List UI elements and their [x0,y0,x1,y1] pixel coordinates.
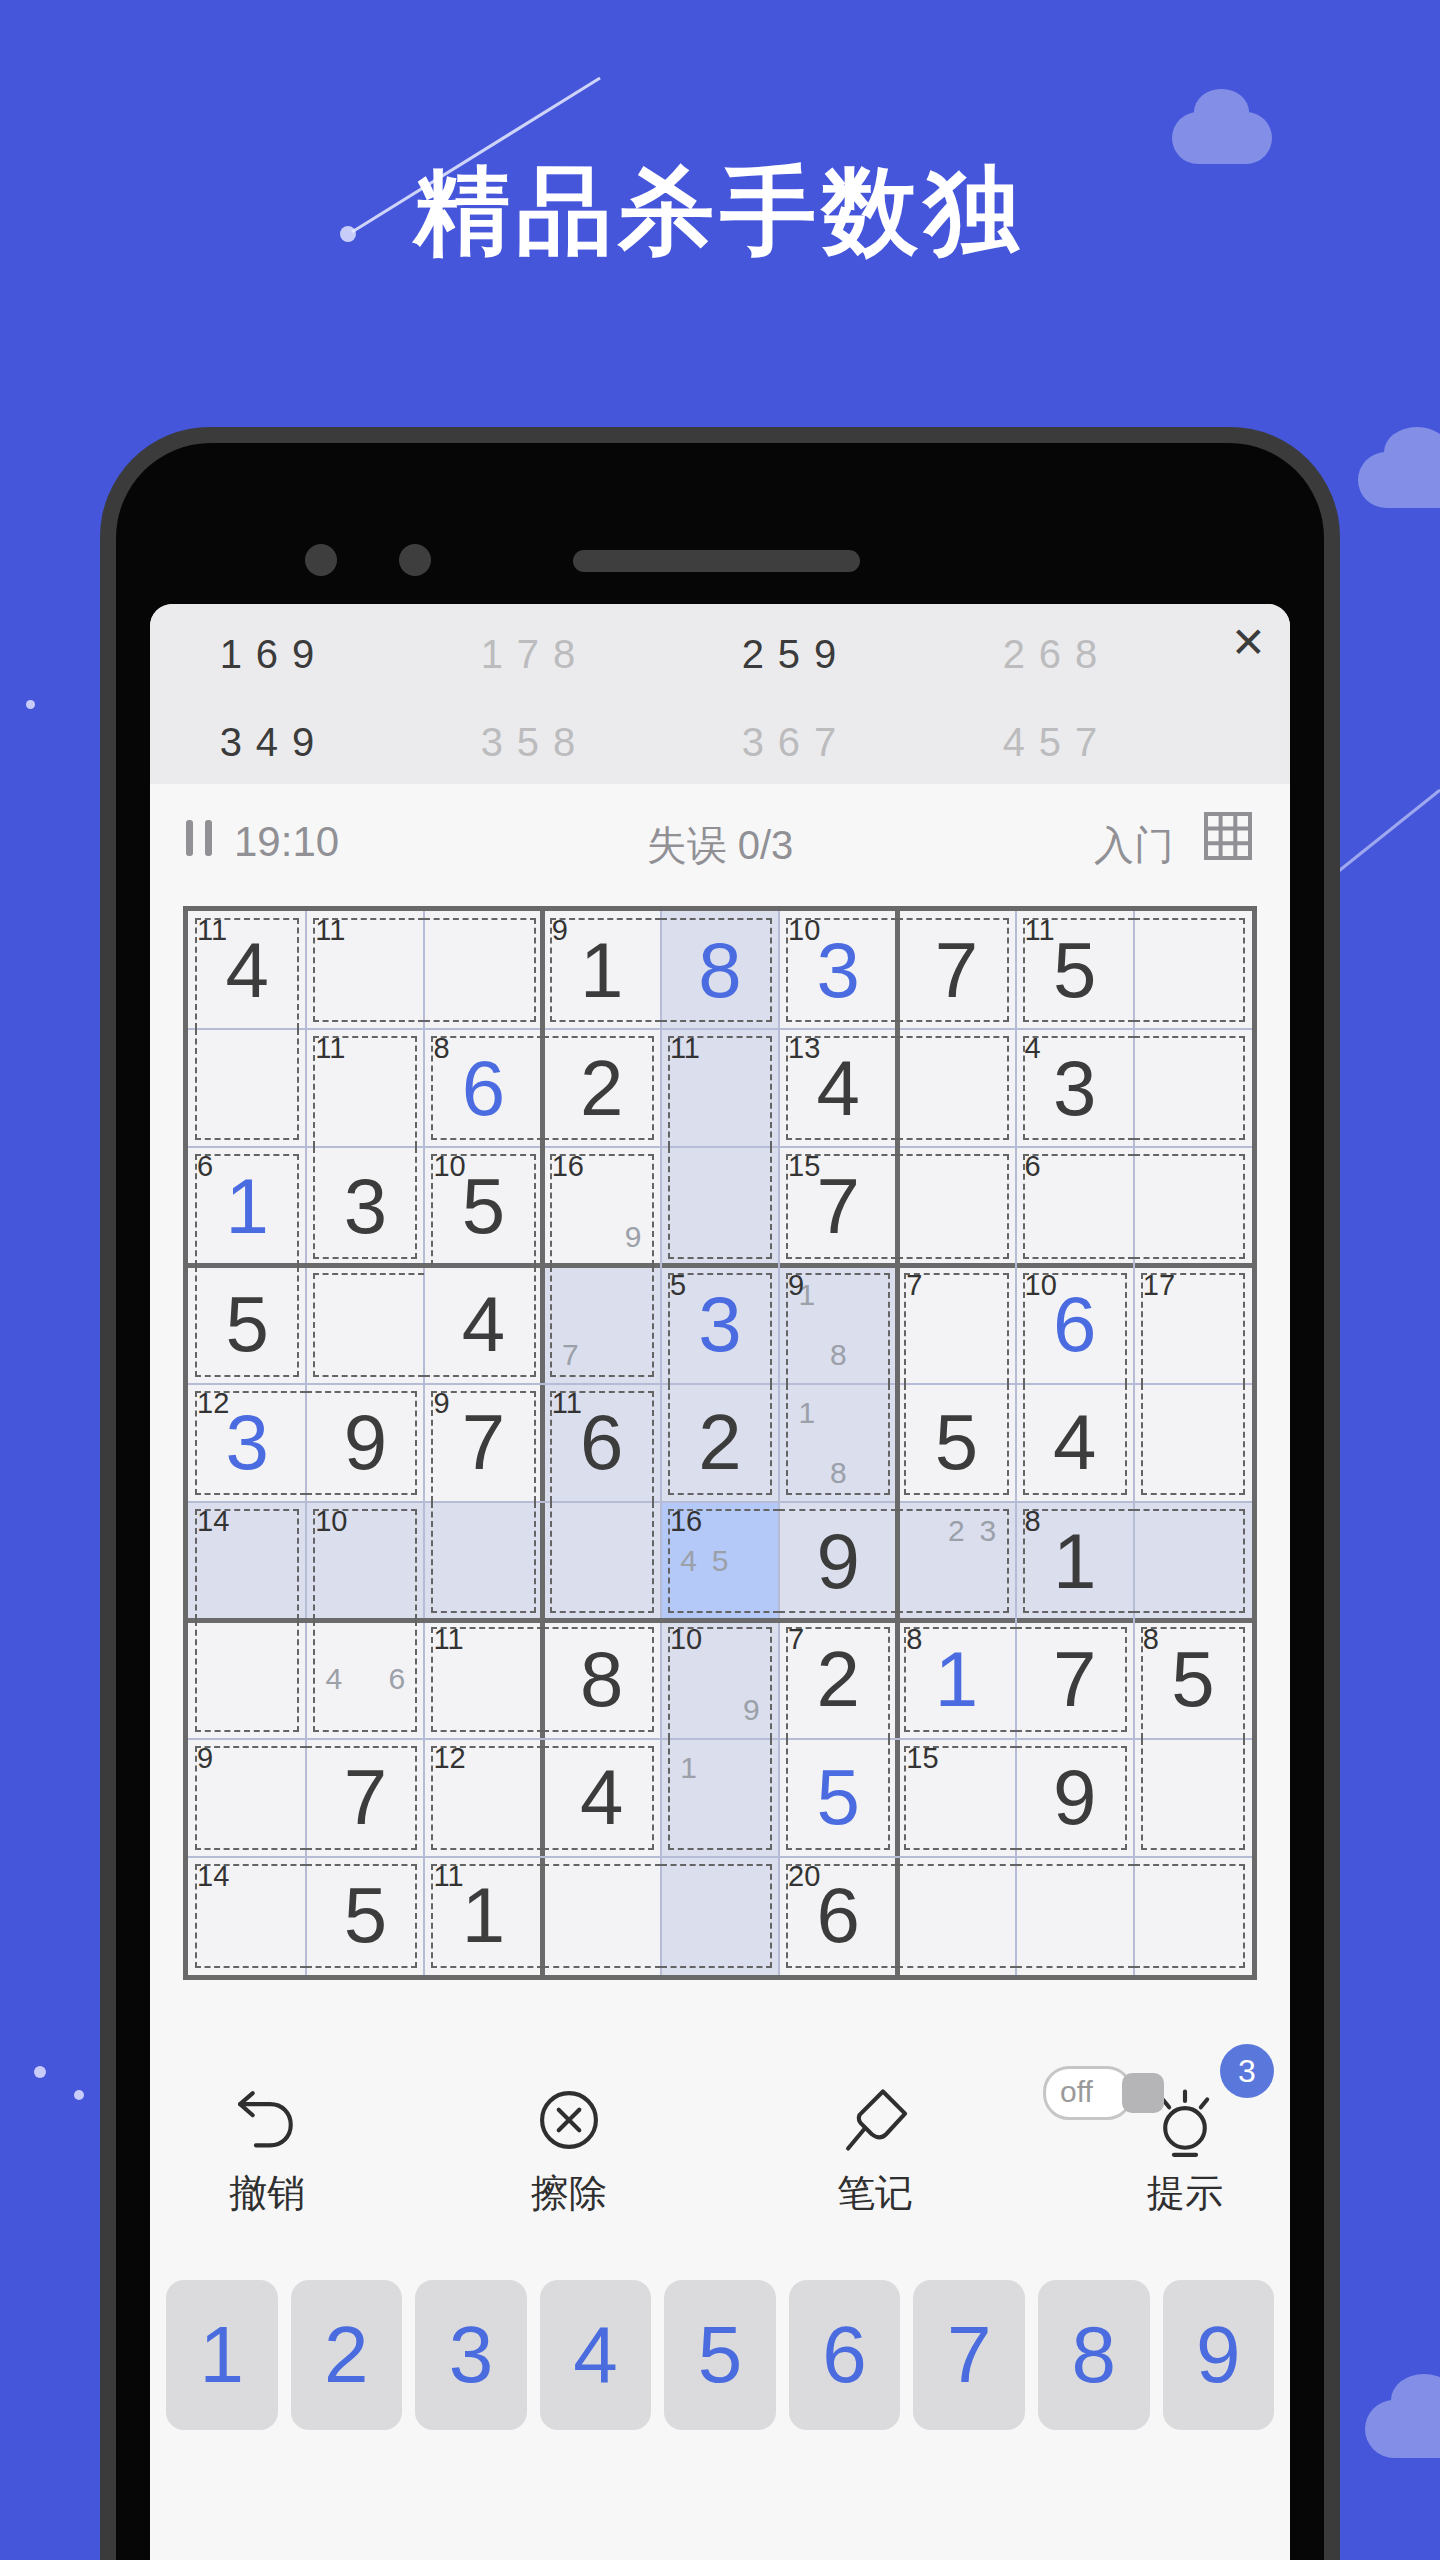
cell-r2c1[interactable] [188,1029,306,1147]
combo-option[interactable]: 268 [1003,632,1112,677]
cage-sum: 4 [1025,1032,1041,1065]
cage-sum: 7 [906,1269,922,1302]
cage-border [1134,1864,1245,1968]
cage-sum: 16 [552,1150,584,1183]
cell-r1c7[interactable]: 7 [897,911,1015,1029]
numpad-3[interactable]: 3 [415,2280,527,2430]
cell-r8c8[interactable]: 9 [1016,1739,1134,1857]
cage-border [424,918,535,1022]
cell-r5c1[interactable]: 123 [188,1384,306,1502]
given-digit: 9 [1016,1739,1134,1857]
cloud [1358,452,1440,508]
cell-r3c6[interactable]: 157 [779,1147,897,1265]
cell-r7c1[interactable] [188,1620,306,1738]
note-digit: 6 [381,1662,412,1696]
numpad-7[interactable]: 7 [913,2280,1025,2430]
undo-icon [229,2082,305,2158]
sudoku-board: 1141191810371151186211134436131051691576… [183,906,1257,1980]
cage-border [1134,918,1245,1022]
cage-border [195,1029,299,1140]
note-digit: 8 [823,1338,854,1372]
cage-sum: 8 [433,1032,449,1065]
note-digit: 9 [617,1220,648,1254]
cell-r4c3[interactable]: 4 [424,1266,542,1384]
cell-r3c4[interactable]: 169 [543,1147,661,1265]
numpad-8[interactable]: 8 [1038,2280,1150,2430]
given-digit: 7 [306,1739,424,1857]
cage-sum: 16 [670,1505,702,1538]
combo-option[interactable]: 358 [481,720,590,765]
cell-r9c9[interactable] [1134,1857,1252,1975]
cage-sum: 13 [788,1032,820,1065]
cell-r7c7[interactable]: 81 [897,1620,1015,1738]
cell-r4c4[interactable]: 7 [543,1266,661,1384]
combo-option[interactable]: 259 [742,632,851,677]
cell-r3c5[interactable] [661,1147,779,1265]
cage-border [668,1147,772,1258]
cage-sum: 10 [433,1150,465,1183]
page-title: 精品杀手数独 [0,148,1440,278]
combo-option[interactable]: 349 [220,720,329,765]
phone-bezel: 169178259268 349358367457 ✕ 19:10 失误 0/3… [116,443,1324,2560]
cage-sum: 11 [433,1623,463,1656]
cell-r9c4[interactable] [543,1857,661,1975]
cell-r8c3[interactable]: 12 [424,1739,542,1857]
notes-toggle[interactable]: off [1043,2066,1133,2120]
close-icon[interactable]: ✕ [1231,622,1266,664]
cage-sum: 9 [552,914,568,947]
cell-r9c1[interactable]: 14 [188,1857,306,1975]
cell-r4c8[interactable]: 106 [1016,1266,1134,1384]
cage-border [550,1502,654,1613]
cell-r1c2[interactable]: 11 [306,911,424,1029]
note-digit: 1 [791,1396,822,1430]
cell-r9c6[interactable]: 206 [779,1857,897,1975]
cage-sum: 11 [315,914,345,947]
cage-sum: 14 [197,1505,229,1538]
cage-sum: 9 [433,1387,449,1420]
cell-r3c9[interactable] [1134,1147,1252,1265]
given-digit: 9 [779,1502,897,1620]
given-digit: 5 [897,1384,1015,1502]
combo-option[interactable]: 457 [1003,720,1112,765]
cell-r5c5[interactable]: 2 [661,1384,779,1502]
given-digit: 2 [543,1029,661,1147]
cage-sum: 11 [1025,914,1055,947]
cell-r1c8[interactable]: 115 [1016,911,1134,1029]
given-digit: 7 [1016,1620,1134,1738]
cage-border [431,1502,535,1613]
cell-r5c9[interactable] [1134,1384,1252,1502]
cell-r1c3[interactable] [424,911,542,1029]
cage-sum: 9 [788,1269,804,1302]
given-digit: 2 [661,1384,779,1502]
cell-r7c5[interactable]: 109 [661,1620,779,1738]
speaker-bar [573,550,860,572]
cell-r8c6[interactable]: 5 [779,1739,897,1857]
pencil-notes: 18 [791,1278,885,1372]
notes-button[interactable]: 笔记 [765,2082,985,2219]
numpad-5[interactable]: 5 [664,2280,776,2430]
cell-r4c1[interactable]: 5 [188,1266,306,1384]
cell-r4c6[interactable]: 918 [779,1266,897,1384]
pencil-notes: 23 [909,1514,1003,1608]
note-digit: 3 [972,1514,1003,1548]
cage-border [897,1036,1008,1140]
cell-r3c8[interactable]: 6 [1016,1147,1134,1265]
cell-r1c1[interactable]: 114 [188,911,306,1029]
cell-r2c5[interactable]: 11 [661,1029,779,1147]
note-digit: 2 [941,1514,972,1548]
cage-sum: 11 [670,1032,700,1065]
cage-sum: 9 [197,1742,213,1775]
cell-r4c2[interactable] [306,1266,424,1384]
cell-r6c2[interactable]: 10 [306,1502,424,1620]
cage-border [1141,1739,1245,1850]
cell-r4c7[interactable]: 7 [897,1266,1015,1384]
given-digit: 4 [424,1266,542,1384]
board-grid-icon[interactable] [1202,810,1254,862]
cell-r9c5[interactable] [661,1857,779,1975]
cell-r7c9[interactable]: 85 [1134,1620,1252,1738]
numpad-6[interactable]: 6 [789,2280,901,2430]
note-digit: 1 [673,1751,704,1785]
camera-dot [305,544,337,576]
cell-r8c4[interactable]: 4 [543,1739,661,1857]
cell-r7c6[interactable]: 72 [779,1620,897,1738]
given-digit: 5 [306,1857,424,1975]
hint-label: 提示 [1075,2168,1290,2219]
cell-r2c4[interactable]: 2 [543,1029,661,1147]
pencil-notes: 7 [555,1278,649,1372]
combo-option[interactable]: 178 [481,632,590,677]
cell-r2c6[interactable]: 134 [779,1029,897,1147]
cell-r6c6[interactable]: 9 [779,1502,897,1620]
cell-r5c3[interactable]: 97 [424,1384,542,1502]
note-digit: 4 [673,1544,704,1578]
cell-r6c5[interactable]: 1645 [661,1502,779,1620]
hint-count-badge: 3 [1220,2044,1274,2098]
cage-border [195,1620,299,1731]
camera-dot [399,544,431,576]
user-digit: 8 [661,911,779,1029]
given-digit: 7 [897,911,1015,1029]
cell-r8c9[interactable] [1134,1739,1252,1857]
given-digit: 4 [1016,1384,1134,1502]
cell-r6c1[interactable]: 14 [188,1502,306,1620]
cell-r6c8[interactable]: 81 [1016,1502,1134,1620]
cell-r5c4[interactable]: 116 [543,1384,661,1502]
cell-r8c1[interactable]: 9 [188,1739,306,1857]
cage-border [1016,1864,1134,1968]
numpad-1[interactable]: 1 [166,2280,278,2430]
cage-border [897,1864,1015,1968]
cell-r7c2[interactable]: 46 [306,1620,424,1738]
cage-sum: 17 [1143,1269,1175,1302]
cell-r3c3[interactable]: 105 [424,1147,542,1265]
difficulty-label: 入门 [1094,818,1174,873]
deco-dot [74,2090,84,2100]
notes-toggle-label: off [1060,2075,1093,2109]
pencil-notes: 46 [318,1632,412,1726]
cage-border [1141,1384,1245,1495]
combo-option[interactable]: 169 [220,632,329,677]
cell-r5c2[interactable]: 9 [306,1384,424,1502]
cell-r4c9[interactable]: 17 [1134,1266,1252,1384]
cell-r6c3[interactable] [424,1502,542,1620]
cell-r1c6[interactable]: 103 [779,911,897,1029]
cage-border [1134,1154,1245,1258]
erase-icon [531,2082,607,2158]
cloud [1365,2400,1440,2458]
cage-border [543,1864,661,1968]
combo-option[interactable]: 367 [742,720,851,765]
undo-button[interactable]: 撤销 [157,2082,377,2219]
cage-sum: 11 [315,1032,345,1065]
pencil-notes: 1 [673,1751,767,1845]
cell-r5c7[interactable]: 5 [897,1384,1015,1502]
cell-r9c2[interactable]: 5 [306,1857,424,1975]
deco-dot [34,2066,46,2078]
cell-r1c4[interactable]: 91 [543,911,661,1029]
erase-button[interactable]: 擦除 [459,2082,679,2219]
cage-sum: 8 [1025,1505,1041,1538]
note-digit: 9 [736,1693,767,1727]
cage-sum: 8 [906,1623,922,1656]
status-bar: 19:10 失误 0/3 入门 [150,784,1290,892]
app-screen: 169178259268 349358367457 ✕ 19:10 失误 0/3… [150,604,1290,2560]
cage-sum: 15 [906,1742,938,1775]
cell-r2c9[interactable] [1134,1029,1252,1147]
notes-toggle-knob [1122,2073,1164,2113]
cage-sum: 12 [433,1742,465,1775]
cage-border [1134,1509,1245,1613]
cage-border [661,1864,772,1968]
cell-r3c1[interactable]: 61 [188,1147,306,1265]
note-digit: 8 [823,1456,854,1490]
cage-sum: 10 [788,914,820,947]
cell-r3c2[interactable]: 3 [306,1147,424,1265]
given-digit: 8 [543,1620,661,1738]
cage-sum: 8 [1143,1623,1159,1656]
given-digit: 5 [188,1266,306,1384]
cell-r1c5[interactable]: 8 [661,911,779,1029]
cell-r8c7[interactable]: 15 [897,1739,1015,1857]
cell-r6c7[interactable]: 23 [897,1502,1015,1620]
undo-label: 撤销 [157,2168,377,2219]
cell-r2c2[interactable]: 11 [306,1029,424,1147]
cage-sum: 15 [788,1150,820,1183]
cage-sum: 20 [788,1860,820,1893]
given-digit: 3 [306,1147,424,1265]
cell-r4c5[interactable]: 53 [661,1266,779,1384]
erase-label: 擦除 [459,2168,679,2219]
cage-sum: 6 [1025,1150,1041,1183]
cell-r9c7[interactable] [897,1857,1015,1975]
pencil-notes: 18 [791,1396,885,1490]
cell-r9c3[interactable]: 111 [424,1857,542,1975]
combo-row: 169178259268 [150,632,1290,682]
cell-r5c8[interactable]: 4 [1016,1384,1134,1502]
cage-border [313,1273,424,1377]
deco-dot [26,700,35,709]
user-digit: 5 [779,1739,897,1857]
cage-sum: 11 [197,914,227,947]
cage-sum: 14 [197,1860,229,1893]
cage-sum: 12 [197,1387,229,1420]
cell-r2c8[interactable]: 43 [1016,1029,1134,1147]
cage-sum: 5 [670,1269,686,1302]
cage-sum: 11 [433,1860,463,1893]
cell-r7c3[interactable]: 11 [424,1620,542,1738]
cage-border [1134,1036,1245,1140]
cage-sum: 10 [670,1623,702,1656]
given-digit: 9 [306,1384,424,1502]
cage-sum: 10 [1025,1269,1057,1302]
cell-r9c8[interactable] [1016,1857,1134,1975]
numpad-9[interactable]: 9 [1163,2280,1275,2430]
combo-row: 349358367457 [150,720,1290,770]
cell-r8c5[interactable]: 1 [661,1739,779,1857]
cell-r6c9[interactable] [1134,1502,1252,1620]
cell-r7c4[interactable]: 8 [543,1620,661,1738]
numpad-2[interactable]: 2 [291,2280,403,2430]
cage-sum: 7 [788,1623,804,1656]
cell-r3c7[interactable] [897,1147,1015,1265]
note-digit: 4 [318,1662,349,1696]
number-pad: 123456789 [166,2280,1274,2430]
note-digit: 5 [704,1544,735,1578]
cell-r2c7[interactable] [897,1029,1015,1147]
given-digit: 4 [543,1739,661,1857]
cell-r6c4[interactable] [543,1502,661,1620]
cage-sum: 11 [552,1387,582,1420]
notes-pin-icon [837,2082,913,2158]
cell-r5c6[interactable]: 18 [779,1384,897,1502]
cell-r1c9[interactable] [1134,911,1252,1029]
cell-r8c2[interactable]: 7 [306,1739,424,1857]
numpad-4[interactable]: 4 [540,2280,652,2430]
cell-r7c8[interactable]: 7 [1016,1620,1134,1738]
cell-r2c3[interactable]: 86 [424,1029,542,1147]
cage-sum: 10 [315,1505,347,1538]
notes-label: 笔记 [765,2168,985,2219]
cage-border [897,1154,1008,1258]
note-digit: 7 [555,1338,586,1372]
phone-frame: 169178259268 349358367457 ✕ 19:10 失误 0/3… [100,427,1340,2560]
combination-panel: 169178259268 349358367457 ✕ [150,604,1290,784]
cage-sum: 6 [197,1150,213,1183]
